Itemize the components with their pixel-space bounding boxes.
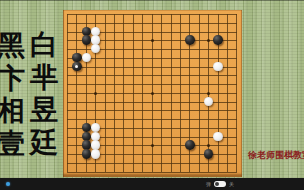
black-stone (82, 149, 91, 158)
black-stone (185, 35, 194, 44)
title-white-player: 白芈昱廷 (29, 29, 59, 94)
player-control-bar[interactable]: 弹 关 (0, 178, 304, 190)
star-point (207, 144, 210, 147)
black-stone (82, 35, 91, 44)
danmaku-toggle[interactable] (214, 181, 226, 187)
white-stone (91, 123, 100, 132)
star-point (151, 92, 154, 95)
black-stone (72, 53, 81, 62)
grid-line-horizontal (67, 119, 238, 120)
grid-line-vertical (171, 14, 172, 172)
black-stone (185, 140, 194, 149)
progress-indicator[interactable] (6, 182, 10, 186)
danmaku-label-left: 弹 (206, 181, 211, 187)
star-point (151, 144, 154, 147)
grid-line-vertical (227, 14, 228, 172)
white-stone (213, 132, 222, 141)
grid-line-vertical (199, 14, 200, 172)
toggle-knob-icon (215, 182, 219, 186)
go-board (63, 10, 242, 177)
frame-top-edge (0, 0, 304, 1)
title-black-player: 黑卞相壹 (0, 30, 26, 95)
black-stone (82, 123, 91, 132)
grid-line-vertical (180, 14, 181, 172)
white-stone (204, 97, 213, 106)
star-point (207, 92, 210, 95)
star-point (207, 39, 210, 42)
grid-line-horizontal (67, 110, 238, 111)
white-stone (91, 44, 100, 53)
grid-line-vertical (236, 14, 237, 172)
star-point (94, 92, 97, 95)
channel-caption: 徐老师围棋教室 (248, 150, 304, 161)
grid-line-vertical (161, 14, 162, 172)
last-move-marker (75, 65, 78, 68)
black-player-name: 卞相壹 (0, 63, 26, 96)
video-frame: 黑卞相壹 白芈昱廷 徐老师围棋教室 弹 关 (0, 0, 304, 190)
white-stone (213, 62, 222, 71)
danmaku-label-right: 关 (229, 181, 234, 187)
black-label: 黑 (0, 30, 26, 63)
grid-line-horizontal (67, 172, 238, 173)
white-stone (91, 149, 100, 158)
black-stone (213, 35, 222, 44)
white-player-name: 芈昱廷 (29, 62, 59, 95)
white-label: 白 (29, 29, 59, 62)
black-stone (72, 62, 81, 71)
grid-line-horizontal (67, 163, 238, 164)
white-stone (82, 53, 91, 62)
danmaku-controls: 弹 关 (206, 180, 234, 188)
black-stone (204, 149, 213, 158)
star-point (151, 39, 154, 42)
